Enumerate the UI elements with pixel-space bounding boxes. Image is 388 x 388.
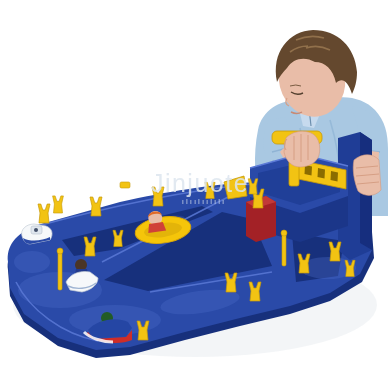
left-hand bbox=[353, 155, 381, 196]
right-hand bbox=[284, 131, 320, 167]
clamp-cap bbox=[120, 182, 130, 188]
watermark-subtext: ılıılıılılı bbox=[182, 197, 227, 206]
watermark-text: Jinjuote bbox=[151, 169, 249, 197]
scene-illustration: Jinjuote ılıılıılılı bbox=[0, 0, 388, 388]
product-photo: Jinjuote ılıılıılılı bbox=[0, 0, 388, 388]
